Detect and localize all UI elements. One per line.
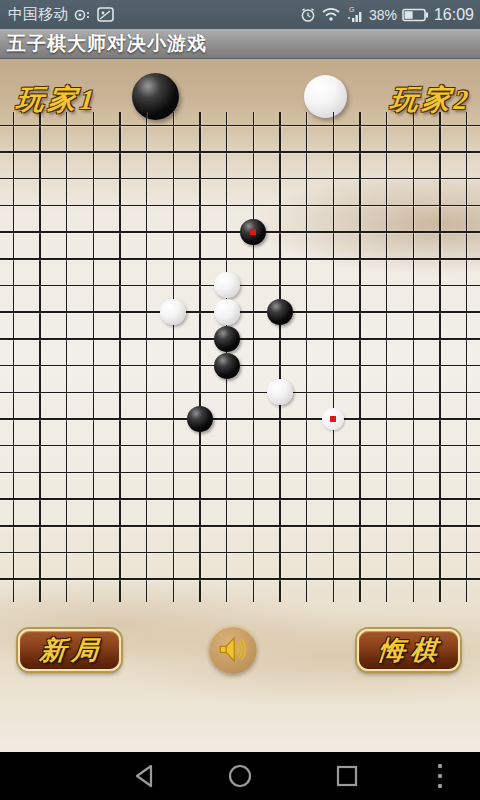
last-move-marker bbox=[330, 416, 336, 422]
svg-text:G: G bbox=[349, 6, 354, 13]
speaker-icon bbox=[216, 633, 250, 667]
screenshot-icon bbox=[97, 7, 114, 22]
alarm-icon bbox=[300, 7, 316, 23]
recents-icon[interactable] bbox=[334, 763, 360, 789]
voicemail-icon bbox=[74, 8, 91, 22]
title-bar: 五子棋大师对决小游戏 bbox=[0, 29, 480, 59]
phone-screen: 中国移动 bbox=[0, 0, 480, 800]
black-stone bbox=[214, 326, 240, 352]
back-icon[interactable] bbox=[132, 763, 158, 789]
board-stones bbox=[0, 112, 480, 592]
home-icon[interactable] bbox=[227, 763, 253, 789]
signal-G-icon: G bbox=[346, 6, 364, 23]
app-title: 五子棋大师对决小游戏 bbox=[7, 31, 207, 57]
white-stone bbox=[267, 379, 293, 405]
battery-percent: 38% bbox=[369, 7, 397, 23]
sound-toggle-button[interactable] bbox=[209, 626, 257, 674]
undo-button[interactable]: 悔棋 bbox=[357, 629, 460, 671]
last-move-marker bbox=[250, 229, 256, 235]
wifi-icon bbox=[321, 7, 341, 22]
white-stone bbox=[160, 299, 186, 325]
black-stone bbox=[267, 299, 293, 325]
white-stone bbox=[214, 272, 240, 298]
new-game-label: 新局 bbox=[34, 633, 105, 668]
black-stone bbox=[187, 406, 213, 432]
black-stone bbox=[214, 353, 240, 379]
nav-bar bbox=[0, 752, 480, 800]
board[interactable] bbox=[0, 112, 480, 602]
status-bar: 中国移动 bbox=[0, 0, 480, 29]
new-game-button[interactable]: 新局 bbox=[18, 629, 121, 671]
ghost-white-stone bbox=[322, 408, 344, 430]
clock: 16:09 bbox=[434, 6, 474, 24]
white-stone bbox=[214, 299, 240, 325]
undo-label: 悔棋 bbox=[373, 633, 444, 668]
game-area: 玩家1 玩家2 新局 悔棋 bbox=[0, 59, 480, 752]
battery-icon bbox=[402, 8, 429, 22]
carrier-label: 中国移动 bbox=[8, 5, 68, 24]
black-stone bbox=[240, 219, 266, 245]
menu-icon[interactable] bbox=[435, 762, 445, 790]
